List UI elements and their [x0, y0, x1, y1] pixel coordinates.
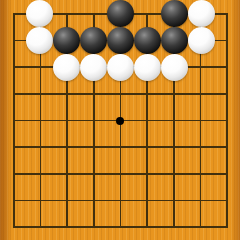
- intersection-A7[interactable]: [0, 54, 26, 81]
- intersection-B7[interactable]: [26, 54, 53, 81]
- intersection-E3[interactable]: [107, 161, 134, 188]
- intersection-C4[interactable]: [53, 134, 80, 161]
- white-stone: [107, 54, 134, 81]
- intersection-D4[interactable]: [80, 134, 107, 161]
- intersection-B5[interactable]: [26, 108, 53, 135]
- intersection-J9[interactable]: [215, 0, 241, 27]
- intersection-D7[interactable]: [80, 54, 107, 81]
- intersection-A2[interactable]: [0, 187, 26, 214]
- intersection-E8[interactable]: [107, 27, 134, 54]
- intersection-A6[interactable]: [0, 81, 26, 108]
- intersection-D1[interactable]: [80, 214, 107, 240]
- intersection-A3[interactable]: [0, 161, 26, 188]
- intersection-H9[interactable]: [188, 0, 215, 27]
- white-stone: [53, 54, 80, 81]
- intersection-H2[interactable]: [188, 187, 215, 214]
- intersection-B3[interactable]: [26, 161, 53, 188]
- intersection-B6[interactable]: [26, 81, 53, 108]
- intersection-E9[interactable]: [107, 0, 134, 27]
- intersection-G2[interactable]: [161, 187, 188, 214]
- intersection-J1[interactable]: [215, 214, 241, 240]
- intersection-A8[interactable]: [0, 27, 26, 54]
- black-stone: [80, 27, 107, 54]
- intersection-B9[interactable]: [26, 0, 53, 27]
- intersection-F2[interactable]: [134, 187, 161, 214]
- intersection-G5[interactable]: [161, 108, 188, 135]
- white-stone: [80, 54, 107, 81]
- intersection-F3[interactable]: [134, 161, 161, 188]
- intersection-C1[interactable]: [53, 214, 80, 240]
- intersection-F1[interactable]: [134, 214, 161, 240]
- intersection-B2[interactable]: [26, 187, 53, 214]
- intersection-F9[interactable]: [134, 0, 161, 27]
- black-stone: [53, 27, 80, 54]
- intersection-F6[interactable]: [134, 81, 161, 108]
- intersection-C2[interactable]: [53, 187, 80, 214]
- intersection-F5[interactable]: [134, 108, 161, 135]
- intersection-G4[interactable]: [161, 134, 188, 161]
- intersection-F7[interactable]: [134, 54, 161, 81]
- intersection-H4[interactable]: [188, 134, 215, 161]
- intersection-H8[interactable]: [188, 27, 215, 54]
- white-stone: [134, 54, 161, 81]
- intersection-E2[interactable]: [107, 187, 134, 214]
- intersection-G7[interactable]: [161, 54, 188, 81]
- intersection-D6[interactable]: [80, 81, 107, 108]
- intersection-J8[interactable]: [215, 27, 241, 54]
- black-stone: [161, 0, 188, 27]
- intersection-A5[interactable]: [0, 108, 26, 135]
- star-point: [116, 117, 124, 125]
- intersection-F4[interactable]: [134, 134, 161, 161]
- intersection-A1[interactable]: [0, 214, 26, 240]
- intersection-H5[interactable]: [188, 108, 215, 135]
- intersection-E4[interactable]: [107, 134, 134, 161]
- white-stone: [188, 27, 215, 54]
- intersection-E7[interactable]: [107, 54, 134, 81]
- intersection-C5[interactable]: [53, 108, 80, 135]
- intersection-C9[interactable]: [53, 0, 80, 27]
- intersection-J6[interactable]: [215, 81, 241, 108]
- intersection-G3[interactable]: [161, 161, 188, 188]
- intersection-E6[interactable]: [107, 81, 134, 108]
- white-stone: [26, 0, 53, 27]
- intersection-C8[interactable]: [53, 27, 80, 54]
- intersection-J7[interactable]: [215, 54, 241, 81]
- white-stone: [26, 27, 53, 54]
- intersection-C6[interactable]: [53, 81, 80, 108]
- white-stone: [188, 0, 215, 27]
- intersection-G9[interactable]: [161, 0, 188, 27]
- intersection-D5[interactable]: [80, 108, 107, 135]
- intersection-H6[interactable]: [188, 81, 215, 108]
- intersection-B1[interactable]: [26, 214, 53, 240]
- intersection-A9[interactable]: [0, 0, 26, 27]
- intersection-G1[interactable]: [161, 214, 188, 240]
- white-stone: [161, 54, 188, 81]
- intersection-E1[interactable]: [107, 214, 134, 240]
- intersection-D2[interactable]: [80, 187, 107, 214]
- intersection-B4[interactable]: [26, 134, 53, 161]
- intersection-J3[interactable]: [215, 161, 241, 188]
- intersection-grid: [0, 0, 240, 240]
- intersection-C3[interactable]: [53, 161, 80, 188]
- black-stone: [134, 27, 161, 54]
- intersection-H3[interactable]: [188, 161, 215, 188]
- black-stone: [161, 27, 188, 54]
- black-stone: [107, 27, 134, 54]
- intersection-A4[interactable]: [0, 134, 26, 161]
- intersection-D3[interactable]: [80, 161, 107, 188]
- intersection-G6[interactable]: [161, 81, 188, 108]
- intersection-B8[interactable]: [26, 27, 53, 54]
- intersection-J5[interactable]: [215, 108, 241, 135]
- intersection-J4[interactable]: [215, 134, 241, 161]
- intersection-E5[interactable]: [107, 108, 134, 135]
- intersection-F8[interactable]: [134, 27, 161, 54]
- intersection-C7[interactable]: [53, 54, 80, 81]
- intersection-G8[interactable]: [161, 27, 188, 54]
- intersection-H1[interactable]: [188, 214, 215, 240]
- go-board: [0, 0, 240, 240]
- intersection-D9[interactable]: [80, 0, 107, 27]
- black-stone: [107, 0, 134, 27]
- intersection-J2[interactable]: [215, 187, 241, 214]
- intersection-H7[interactable]: [188, 54, 215, 81]
- intersection-D8[interactable]: [80, 27, 107, 54]
